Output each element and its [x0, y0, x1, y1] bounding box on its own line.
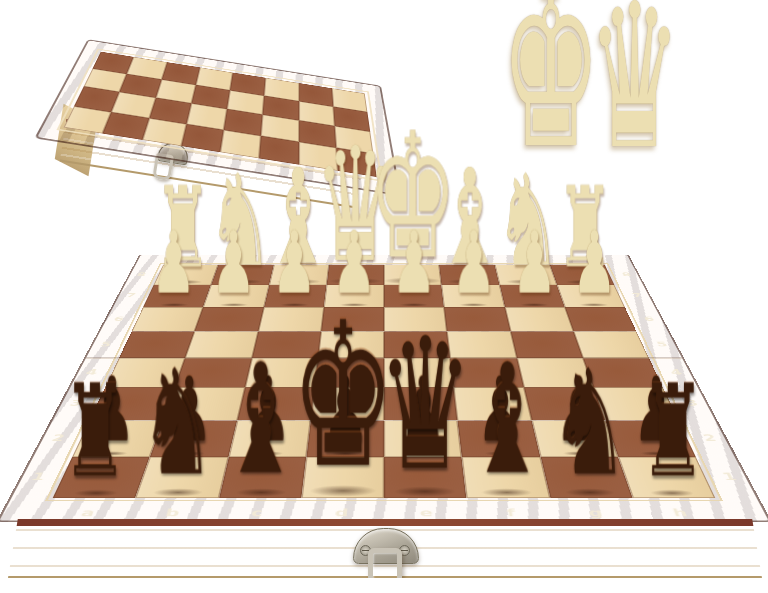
square-g7[interactable]: ♟ — [499, 285, 564, 307]
square-a7[interactable]: ♟ — [143, 285, 211, 307]
dark-rook[interactable]: ♜ — [62, 368, 128, 495]
dark-knight[interactable]: ♞ — [140, 350, 216, 496]
square-b1[interactable]: ♞ — [136, 457, 229, 498]
file-label: d — [299, 507, 384, 519]
square-h1[interactable]: ♜ — [618, 457, 715, 498]
dark-bishop[interactable]: ♝ — [468, 343, 547, 495]
cream-pawn[interactable]: ♟ — [512, 220, 557, 306]
dark-rook[interactable]: ♜ — [640, 368, 706, 495]
file-label: a — [43, 507, 133, 519]
square-h7[interactable]: ♟ — [557, 285, 625, 307]
board-grid: ♜♞♝♛♚♝♞♜♟♟♟♟♟♟♟♟♟♟♟♟♟♟♟♟♜♞♝♚♛♝♞♜ — [53, 265, 716, 498]
dark-queen[interactable]: ♛ — [378, 314, 473, 496]
file-label: f — [468, 507, 555, 519]
board-tilt: abcdefgh abcdefgh 87654321 87654321 ♜♞♝♛… — [0, 255, 768, 522]
square-b6[interactable] — [195, 307, 264, 331]
file-label: h — [636, 507, 726, 519]
square-g6[interactable] — [504, 307, 573, 331]
board-front-edge — [8, 519, 762, 578]
cream-pawn[interactable]: ♟ — [452, 220, 497, 306]
file-label: c — [213, 507, 300, 519]
square-e1[interactable]: ♛ — [384, 457, 467, 498]
board-border: abcdefgh abcdefgh 87654321 87654321 ♜♞♝♛… — [0, 255, 768, 522]
dark-bishop[interactable]: ♝ — [221, 343, 300, 495]
open-board: abcdefgh abcdefgh 87654321 87654321 ♜♞♝♛… — [84, 58, 684, 593]
square-d1[interactable]: ♚ — [301, 457, 384, 498]
square-h6[interactable] — [565, 307, 637, 331]
square-f1[interactable]: ♝ — [462, 457, 550, 498]
file-label: e — [384, 507, 469, 519]
file-labels-near: abcdefgh — [43, 507, 726, 519]
cream-pawn[interactable]: ♟ — [392, 220, 437, 306]
file-label: b — [128, 507, 216, 519]
cream-pawn[interactable]: ♟ — [151, 220, 196, 306]
dark-knight[interactable]: ♞ — [552, 350, 628, 496]
square-a1[interactable]: ♜ — [53, 457, 150, 498]
cream-pawn[interactable]: ♟ — [572, 220, 617, 306]
square-a6[interactable] — [132, 307, 204, 331]
rank-label: 8 — [614, 265, 640, 285]
cream-pawn[interactable]: ♟ — [211, 220, 256, 306]
file-label: g — [552, 507, 640, 519]
square-b7[interactable]: ♟ — [203, 285, 268, 307]
square-g1[interactable]: ♞ — [540, 457, 633, 498]
board-frame: ♜♞♝♛♚♝♞♜♟♟♟♟♟♟♟♟♟♟♟♟♟♟♟♟♜♞♝♚♛♝♞♜ — [45, 263, 723, 501]
